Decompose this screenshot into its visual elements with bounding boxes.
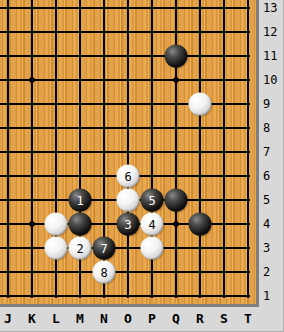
column-coordinate-strip: JKLMNOPQRST: [0, 306, 284, 332]
go-stone-R4[interactable]: [189, 213, 212, 236]
row-label-13: 13: [263, 1, 277, 15]
row-label-1: 1: [263, 289, 270, 303]
move-number: 4: [148, 218, 155, 230]
move-number: 8: [100, 266, 107, 278]
row-label-11: 11: [263, 49, 277, 63]
col-label-N: N: [100, 306, 108, 332]
col-label-J: J: [4, 306, 12, 332]
row-coordinate-strip: 13121110987654321: [259, 0, 284, 304]
go-stone-N2[interactable]: 8: [93, 261, 116, 284]
go-stone-N3[interactable]: 7: [93, 237, 116, 260]
go-stone-R9[interactable]: [189, 93, 212, 116]
col-label-M: M: [76, 306, 84, 332]
star-point: [174, 222, 179, 227]
go-stone-Q11[interactable]: [165, 45, 188, 68]
move-number: 3: [124, 218, 131, 230]
go-stone-P4[interactable]: 4: [141, 213, 164, 236]
row-label-3: 3: [263, 241, 270, 255]
go-stone-M5[interactable]: 1: [69, 189, 92, 212]
move-number: 6: [124, 170, 131, 182]
col-label-L: L: [52, 306, 60, 332]
col-label-Q: Q: [172, 306, 180, 332]
go-stone-O4[interactable]: 3: [117, 213, 140, 236]
move-number: 1: [76, 194, 83, 206]
row-label-4: 4: [263, 217, 270, 231]
col-label-P: P: [148, 306, 156, 332]
col-label-S: S: [220, 306, 228, 332]
row-label-8: 8: [263, 121, 270, 135]
row-label-2: 2: [263, 265, 270, 279]
go-stone-M4[interactable]: [69, 213, 92, 236]
go-stone-M3[interactable]: 2: [69, 237, 92, 260]
col-label-R: R: [196, 306, 204, 332]
row-label-6: 6: [263, 169, 270, 183]
go-stone-P3[interactable]: [141, 237, 164, 260]
star-point: [30, 222, 35, 227]
go-stone-Q5[interactable]: [165, 189, 188, 212]
go-stone-O6[interactable]: 6: [117, 165, 140, 188]
row-label-9: 9: [263, 97, 270, 111]
row-label-12: 12: [263, 25, 277, 39]
go-board[interactable]: 61534278: [0, 0, 259, 307]
col-label-O: O: [124, 306, 132, 332]
go-stone-O5[interactable]: [117, 189, 140, 212]
row-label-10: 10: [263, 73, 277, 87]
move-number: 7: [100, 242, 107, 254]
col-label-T: T: [244, 306, 252, 332]
star-point: [174, 78, 179, 83]
grid-horizontal-lines: [0, 0, 250, 298]
col-label-K: K: [28, 306, 36, 332]
row-label-5: 5: [263, 193, 270, 207]
move-number: 5: [148, 194, 155, 206]
row-label-7: 7: [263, 145, 270, 159]
go-stone-P5[interactable]: 5: [141, 189, 164, 212]
grid-vertical-lines: [0, 0, 250, 298]
go-board-diagram: 61534278 13121110987654321 JKLMNOPQRST: [0, 0, 284, 332]
star-point: [30, 78, 35, 83]
go-stone-L3[interactable]: [45, 237, 68, 260]
move-number: 2: [76, 242, 83, 254]
go-stone-L4[interactable]: [45, 213, 68, 236]
